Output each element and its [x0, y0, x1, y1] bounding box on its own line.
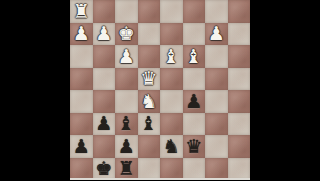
square-e3[interactable]: [160, 113, 183, 136]
piece-white-knight: ♞: [140, 91, 157, 110]
square-d5[interactable]: ♛: [138, 68, 161, 91]
piece-white-bishop: ♝: [163, 46, 180, 65]
square-h1[interactable]: [228, 158, 251, 181]
square-g3[interactable]: [205, 113, 228, 136]
square-d2[interactable]: [138, 135, 161, 158]
square-b3[interactable]: ♟: [93, 113, 116, 136]
letterbox-left: [0, 0, 70, 180]
screenshot-canvas: ♜♟♟♚♟♟♝♝♛♞♟♟♝♝♟♟♞♛♚♜: [0, 0, 320, 180]
square-f1[interactable]: [183, 158, 206, 181]
square-f4[interactable]: ♟: [183, 90, 206, 113]
piece-white-bishop: ♝: [185, 46, 202, 65]
square-h6[interactable]: [228, 45, 251, 68]
square-e6[interactable]: ♝: [160, 45, 183, 68]
square-g7[interactable]: ♟: [205, 23, 228, 46]
square-a8[interactable]: ♜: [70, 0, 93, 23]
square-g8[interactable]: [205, 0, 228, 23]
square-d6[interactable]: [138, 45, 161, 68]
square-c1[interactable]: ♜: [115, 158, 138, 181]
letterbox-right: [250, 0, 320, 180]
piece-white-king: ♚: [118, 24, 135, 43]
square-b5[interactable]: [93, 68, 116, 91]
piece-black-pawn: ♟: [185, 91, 202, 110]
square-a2[interactable]: ♟: [70, 135, 93, 158]
square-b4[interactable]: [93, 90, 116, 113]
square-c7[interactable]: ♚: [115, 23, 138, 46]
square-e1[interactable]: [160, 158, 183, 181]
square-e2[interactable]: ♞: [160, 135, 183, 158]
square-c3[interactable]: ♝: [115, 113, 138, 136]
square-h2[interactable]: [228, 135, 251, 158]
square-f7[interactable]: [183, 23, 206, 46]
square-g4[interactable]: [205, 90, 228, 113]
piece-black-bishop: ♝: [140, 114, 157, 133]
piece-white-queen: ♛: [140, 69, 157, 88]
square-e7[interactable]: [160, 23, 183, 46]
square-f6[interactable]: ♝: [183, 45, 206, 68]
square-g1[interactable]: [205, 158, 228, 181]
square-c6[interactable]: ♟: [115, 45, 138, 68]
square-b7[interactable]: ♟: [93, 23, 116, 46]
piece-black-king: ♚: [95, 159, 112, 178]
square-d1[interactable]: [138, 158, 161, 181]
square-d4[interactable]: ♞: [138, 90, 161, 113]
square-f8[interactable]: [183, 0, 206, 23]
square-f5[interactable]: [183, 68, 206, 91]
square-h3[interactable]: [228, 113, 251, 136]
piece-black-queen: ♛: [185, 136, 202, 155]
square-g5[interactable]: [205, 68, 228, 91]
piece-black-pawn: ♟: [118, 136, 135, 155]
square-a4[interactable]: [70, 90, 93, 113]
chess-board: ♜♟♟♚♟♟♝♝♛♞♟♟♝♝♟♟♞♛♚♜: [70, 0, 250, 180]
piece-black-rook: ♜: [118, 159, 135, 178]
square-b1[interactable]: ♚: [93, 158, 116, 181]
board-bottom-edge: [70, 178, 250, 180]
square-d8[interactable]: [138, 0, 161, 23]
square-b2[interactable]: [93, 135, 116, 158]
square-e4[interactable]: [160, 90, 183, 113]
square-g2[interactable]: [205, 135, 228, 158]
square-b6[interactable]: [93, 45, 116, 68]
square-c8[interactable]: [115, 0, 138, 23]
piece-white-pawn: ♟: [118, 46, 135, 65]
square-h7[interactable]: [228, 23, 251, 46]
piece-black-pawn: ♟: [95, 114, 112, 133]
square-a3[interactable]: [70, 113, 93, 136]
square-e8[interactable]: [160, 0, 183, 23]
square-b8[interactable]: [93, 0, 116, 23]
piece-white-pawn: ♟: [208, 24, 225, 43]
square-h8[interactable]: [228, 0, 251, 23]
piece-black-pawn: ♟: [73, 136, 90, 155]
square-f3[interactable]: [183, 113, 206, 136]
square-c5[interactable]: [115, 68, 138, 91]
square-f2[interactable]: ♛: [183, 135, 206, 158]
square-d3[interactable]: ♝: [138, 113, 161, 136]
square-a5[interactable]: [70, 68, 93, 91]
square-a1[interactable]: [70, 158, 93, 181]
square-c2[interactable]: ♟: [115, 135, 138, 158]
piece-white-rook: ♜: [73, 1, 90, 20]
piece-white-pawn: ♟: [73, 24, 90, 43]
square-e5[interactable]: [160, 68, 183, 91]
square-h5[interactable]: [228, 68, 251, 91]
square-g6[interactable]: [205, 45, 228, 68]
square-c4[interactable]: [115, 90, 138, 113]
square-d7[interactable]: [138, 23, 161, 46]
piece-white-pawn: ♟: [95, 24, 112, 43]
square-h4[interactable]: [228, 90, 251, 113]
piece-black-knight: ♞: [163, 136, 180, 155]
square-a7[interactable]: ♟: [70, 23, 93, 46]
square-a6[interactable]: [70, 45, 93, 68]
piece-black-bishop: ♝: [118, 114, 135, 133]
